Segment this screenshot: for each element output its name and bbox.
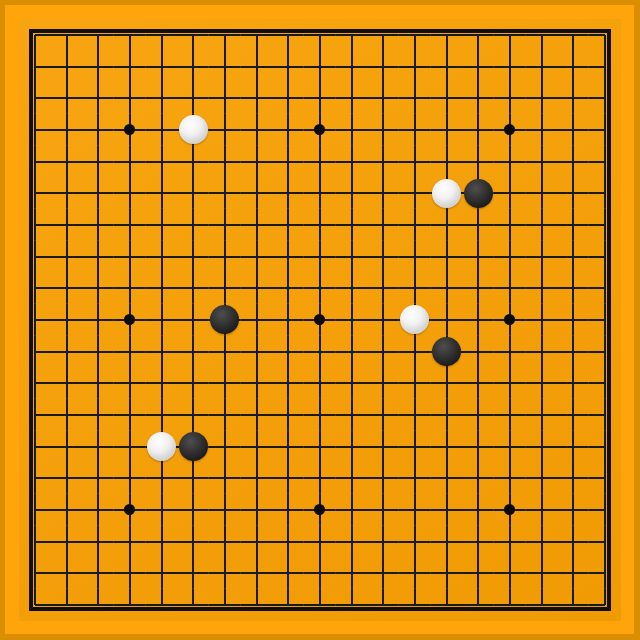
intersection[interactable] [494, 399, 526, 431]
intersection[interactable] [177, 589, 209, 621]
intersection[interactable] [82, 146, 114, 178]
intersection[interactable] [557, 589, 589, 621]
intersection[interactable] [367, 494, 399, 526]
intersection[interactable] [431, 399, 463, 431]
intersection[interactable] [399, 19, 431, 51]
intersection[interactable] [462, 304, 494, 336]
intersection[interactable] [209, 114, 241, 146]
intersection[interactable] [272, 462, 304, 494]
intersection[interactable] [304, 367, 336, 399]
intersection[interactable] [526, 589, 558, 621]
intersection[interactable] [177, 146, 209, 178]
intersection[interactable] [494, 367, 526, 399]
intersection[interactable] [19, 431, 51, 463]
intersection[interactable] [146, 557, 178, 589]
intersection[interactable] [146, 19, 178, 51]
intersection[interactable] [209, 336, 241, 368]
intersection[interactable] [526, 494, 558, 526]
intersection[interactable] [526, 209, 558, 241]
intersection[interactable] [51, 209, 83, 241]
intersection[interactable] [431, 367, 463, 399]
intersection[interactable] [367, 177, 399, 209]
intersection[interactable] [114, 177, 146, 209]
intersection[interactable] [557, 51, 589, 83]
intersection[interactable] [51, 367, 83, 399]
intersection[interactable] [272, 209, 304, 241]
intersection[interactable] [304, 82, 336, 114]
intersection[interactable] [462, 589, 494, 621]
intersection[interactable] [399, 209, 431, 241]
intersection[interactable] [177, 272, 209, 304]
intersection[interactable] [177, 336, 209, 368]
intersection[interactable] [336, 399, 368, 431]
intersection[interactable] [82, 241, 114, 273]
intersection[interactable] [304, 526, 336, 558]
intersection[interactable] [399, 589, 431, 621]
intersection[interactable] [589, 367, 621, 399]
intersection[interactable] [589, 589, 621, 621]
intersection[interactable] [557, 272, 589, 304]
intersection[interactable] [589, 51, 621, 83]
intersection[interactable] [19, 399, 51, 431]
intersection[interactable] [304, 241, 336, 273]
intersection[interactable] [557, 177, 589, 209]
intersection[interactable] [494, 272, 526, 304]
intersection[interactable] [526, 304, 558, 336]
intersection[interactable] [494, 241, 526, 273]
intersection[interactable] [241, 241, 273, 273]
intersection[interactable] [177, 209, 209, 241]
intersection[interactable] [241, 114, 273, 146]
intersection[interactable] [19, 304, 51, 336]
intersection[interactable] [51, 272, 83, 304]
intersection[interactable] [526, 82, 558, 114]
intersection[interactable] [367, 526, 399, 558]
intersection[interactable] [431, 177, 463, 209]
intersection[interactable] [146, 462, 178, 494]
intersection[interactable] [241, 209, 273, 241]
intersection[interactable] [177, 241, 209, 273]
intersection[interactable] [462, 462, 494, 494]
intersection[interactable] [19, 367, 51, 399]
intersection[interactable] [494, 114, 526, 146]
intersection[interactable] [431, 462, 463, 494]
intersection[interactable] [51, 51, 83, 83]
intersection[interactable] [19, 209, 51, 241]
intersection[interactable] [367, 399, 399, 431]
intersection[interactable] [146, 241, 178, 273]
intersection[interactable] [367, 114, 399, 146]
intersection[interactable] [526, 557, 558, 589]
intersection[interactable] [114, 431, 146, 463]
intersection[interactable] [431, 241, 463, 273]
intersection[interactable] [114, 399, 146, 431]
intersection[interactable] [51, 494, 83, 526]
intersection[interactable] [114, 209, 146, 241]
intersection[interactable] [399, 399, 431, 431]
intersection[interactable] [146, 494, 178, 526]
intersection[interactable] [462, 146, 494, 178]
intersection[interactable] [51, 336, 83, 368]
intersection[interactable] [304, 431, 336, 463]
intersection[interactable] [367, 431, 399, 463]
intersection[interactable] [336, 177, 368, 209]
intersection[interactable] [589, 462, 621, 494]
intersection[interactable] [589, 494, 621, 526]
intersection[interactable] [336, 589, 368, 621]
intersection[interactable] [431, 51, 463, 83]
intersection[interactable] [241, 82, 273, 114]
intersection[interactable] [336, 82, 368, 114]
intersection[interactable] [526, 526, 558, 558]
intersection[interactable] [114, 336, 146, 368]
intersection[interactable] [82, 82, 114, 114]
intersection[interactable] [241, 336, 273, 368]
intersection[interactable] [399, 367, 431, 399]
intersection[interactable] [431, 114, 463, 146]
intersection[interactable] [557, 241, 589, 273]
intersection[interactable] [114, 82, 146, 114]
intersection[interactable] [114, 241, 146, 273]
intersection[interactable] [82, 494, 114, 526]
intersection[interactable] [336, 431, 368, 463]
intersection[interactable] [82, 367, 114, 399]
intersection[interactable] [146, 526, 178, 558]
intersection[interactable] [399, 462, 431, 494]
intersection[interactable] [209, 272, 241, 304]
intersection[interactable] [19, 51, 51, 83]
intersection[interactable] [177, 114, 209, 146]
intersection[interactable] [304, 557, 336, 589]
intersection[interactable] [241, 589, 273, 621]
intersection[interactable] [82, 177, 114, 209]
intersection[interactable] [462, 177, 494, 209]
intersection[interactable] [114, 462, 146, 494]
intersection[interactable] [494, 431, 526, 463]
intersection[interactable] [114, 304, 146, 336]
intersection[interactable] [589, 209, 621, 241]
intersection[interactable] [336, 336, 368, 368]
intersection[interactable] [82, 114, 114, 146]
intersection[interactable] [367, 19, 399, 51]
intersection[interactable] [304, 272, 336, 304]
intersection[interactable] [146, 51, 178, 83]
intersection[interactable] [82, 526, 114, 558]
intersection[interactable] [526, 114, 558, 146]
intersection[interactable] [177, 462, 209, 494]
intersection[interactable] [589, 272, 621, 304]
intersection[interactable] [272, 494, 304, 526]
intersection[interactable] [494, 304, 526, 336]
intersection[interactable] [589, 82, 621, 114]
intersection[interactable] [399, 494, 431, 526]
intersection[interactable] [146, 209, 178, 241]
intersection[interactable] [399, 241, 431, 273]
intersection[interactable] [241, 462, 273, 494]
intersection[interactable] [367, 272, 399, 304]
intersection[interactable] [431, 82, 463, 114]
intersection[interactable] [209, 399, 241, 431]
intersection[interactable] [336, 494, 368, 526]
intersection[interactable] [51, 304, 83, 336]
intersection[interactable] [272, 114, 304, 146]
intersection[interactable] [51, 114, 83, 146]
intersection[interactable] [272, 82, 304, 114]
intersection[interactable] [209, 589, 241, 621]
intersection[interactable] [462, 272, 494, 304]
intersection[interactable] [177, 367, 209, 399]
intersection[interactable] [19, 462, 51, 494]
intersection[interactable] [146, 82, 178, 114]
intersection[interactable] [304, 19, 336, 51]
intersection[interactable] [82, 462, 114, 494]
intersection[interactable] [51, 399, 83, 431]
intersection[interactable] [399, 82, 431, 114]
intersection[interactable] [177, 399, 209, 431]
intersection[interactable] [589, 557, 621, 589]
intersection[interactable] [589, 177, 621, 209]
intersection[interactable] [557, 399, 589, 431]
intersection[interactable] [146, 177, 178, 209]
intersection[interactable] [19, 557, 51, 589]
intersection[interactable] [336, 146, 368, 178]
intersection[interactable] [272, 336, 304, 368]
intersection[interactable] [526, 399, 558, 431]
intersection[interactable] [209, 209, 241, 241]
intersection[interactable] [462, 367, 494, 399]
intersection[interactable] [557, 82, 589, 114]
intersection[interactable] [367, 209, 399, 241]
intersection[interactable] [557, 19, 589, 51]
intersection[interactable] [146, 367, 178, 399]
intersection[interactable] [51, 431, 83, 463]
intersection[interactable] [177, 557, 209, 589]
intersection[interactable] [241, 146, 273, 178]
intersection[interactable] [209, 494, 241, 526]
intersection[interactable] [51, 241, 83, 273]
intersection[interactable] [209, 19, 241, 51]
intersection[interactable] [589, 431, 621, 463]
intersection[interactable] [51, 462, 83, 494]
intersection[interactable] [557, 146, 589, 178]
intersection[interactable] [82, 557, 114, 589]
intersection[interactable] [209, 431, 241, 463]
intersection[interactable] [557, 304, 589, 336]
intersection[interactable] [146, 431, 178, 463]
intersection[interactable] [146, 114, 178, 146]
intersection[interactable] [399, 114, 431, 146]
intersection[interactable] [589, 399, 621, 431]
intersection[interactable] [462, 399, 494, 431]
intersection[interactable] [209, 367, 241, 399]
intersection[interactable] [399, 526, 431, 558]
intersection[interactable] [494, 51, 526, 83]
intersection[interactable] [462, 336, 494, 368]
intersection[interactable] [272, 431, 304, 463]
intersection[interactable] [304, 146, 336, 178]
intersection[interactable] [114, 526, 146, 558]
intersection[interactable] [272, 304, 304, 336]
intersection[interactable] [304, 462, 336, 494]
intersection[interactable] [494, 82, 526, 114]
intersection[interactable] [336, 367, 368, 399]
intersection[interactable] [272, 526, 304, 558]
intersection[interactable] [494, 19, 526, 51]
intersection[interactable] [336, 557, 368, 589]
intersection[interactable] [177, 51, 209, 83]
intersection[interactable] [431, 494, 463, 526]
intersection[interactable] [304, 114, 336, 146]
intersection[interactable] [557, 526, 589, 558]
intersection[interactable] [431, 304, 463, 336]
intersection[interactable] [241, 494, 273, 526]
intersection[interactable] [336, 526, 368, 558]
intersection[interactable] [526, 19, 558, 51]
intersection[interactable] [526, 241, 558, 273]
intersection[interactable] [367, 82, 399, 114]
intersection[interactable] [19, 82, 51, 114]
intersection[interactable] [494, 557, 526, 589]
intersection[interactable] [209, 146, 241, 178]
intersection[interactable] [19, 146, 51, 178]
intersection[interactable] [494, 589, 526, 621]
intersection[interactable] [336, 51, 368, 83]
intersection[interactable] [209, 51, 241, 83]
intersection[interactable] [367, 367, 399, 399]
intersection[interactable] [241, 526, 273, 558]
intersection[interactable] [241, 399, 273, 431]
intersection[interactable] [431, 19, 463, 51]
intersection[interactable] [209, 526, 241, 558]
intersection[interactable] [272, 177, 304, 209]
intersection[interactable] [304, 336, 336, 368]
intersection[interactable] [114, 589, 146, 621]
intersection[interactable] [462, 114, 494, 146]
intersection[interactable] [526, 51, 558, 83]
intersection[interactable] [241, 51, 273, 83]
intersection[interactable] [272, 589, 304, 621]
intersection[interactable] [462, 557, 494, 589]
intersection[interactable] [146, 146, 178, 178]
intersection[interactable] [557, 367, 589, 399]
intersection[interactable] [589, 526, 621, 558]
intersection[interactable] [272, 557, 304, 589]
intersection[interactable] [494, 494, 526, 526]
intersection[interactable] [462, 19, 494, 51]
intersection[interactable] [557, 336, 589, 368]
intersection[interactable] [19, 494, 51, 526]
intersection[interactable] [336, 304, 368, 336]
intersection[interactable] [557, 209, 589, 241]
intersection[interactable] [82, 589, 114, 621]
intersection[interactable] [51, 177, 83, 209]
intersection[interactable] [177, 304, 209, 336]
intersection[interactable] [177, 431, 209, 463]
intersection[interactable] [494, 336, 526, 368]
intersection[interactable] [209, 82, 241, 114]
intersection[interactable] [399, 557, 431, 589]
intersection[interactable] [209, 177, 241, 209]
intersection[interactable] [19, 19, 51, 51]
intersection[interactable] [241, 272, 273, 304]
intersection[interactable] [367, 336, 399, 368]
intersection[interactable] [462, 82, 494, 114]
intersection[interactable] [272, 399, 304, 431]
intersection[interactable] [462, 431, 494, 463]
intersection[interactable] [526, 336, 558, 368]
intersection[interactable] [367, 304, 399, 336]
intersection[interactable] [272, 19, 304, 51]
intersection[interactable] [272, 241, 304, 273]
intersection[interactable] [557, 494, 589, 526]
intersection[interactable] [304, 177, 336, 209]
intersection[interactable] [462, 51, 494, 83]
intersection[interactable] [431, 336, 463, 368]
intersection[interactable] [431, 589, 463, 621]
intersection[interactable] [526, 146, 558, 178]
intersection[interactable] [589, 241, 621, 273]
intersection[interactable] [272, 367, 304, 399]
intersection[interactable] [367, 51, 399, 83]
intersection[interactable] [431, 209, 463, 241]
intersection[interactable] [367, 462, 399, 494]
intersection[interactable] [177, 19, 209, 51]
intersection[interactable] [19, 272, 51, 304]
intersection[interactable] [82, 399, 114, 431]
intersection[interactable] [19, 526, 51, 558]
intersection[interactable] [19, 114, 51, 146]
intersection[interactable] [209, 557, 241, 589]
intersection[interactable] [209, 462, 241, 494]
intersection[interactable] [526, 367, 558, 399]
intersection[interactable] [399, 51, 431, 83]
intersection[interactable] [146, 272, 178, 304]
intersection[interactable] [146, 304, 178, 336]
intersection[interactable] [336, 114, 368, 146]
intersection[interactable] [431, 526, 463, 558]
intersection[interactable] [399, 304, 431, 336]
intersection[interactable] [336, 272, 368, 304]
intersection[interactable] [589, 304, 621, 336]
intersection[interactable] [336, 462, 368, 494]
intersection[interactable] [557, 431, 589, 463]
intersection[interactable] [82, 209, 114, 241]
intersection[interactable] [399, 146, 431, 178]
intersection[interactable] [304, 589, 336, 621]
intersection[interactable] [82, 19, 114, 51]
intersection[interactable] [462, 241, 494, 273]
intersection[interactable] [51, 82, 83, 114]
intersection[interactable] [146, 399, 178, 431]
intersection[interactable] [82, 272, 114, 304]
intersection[interactable] [241, 304, 273, 336]
intersection[interactable] [51, 526, 83, 558]
intersection[interactable] [589, 336, 621, 368]
intersection[interactable] [177, 494, 209, 526]
intersection[interactable] [146, 589, 178, 621]
intersection[interactable] [589, 19, 621, 51]
intersection[interactable] [526, 462, 558, 494]
intersection[interactable] [114, 272, 146, 304]
intersection[interactable] [431, 557, 463, 589]
intersection[interactable] [82, 304, 114, 336]
intersection[interactable] [336, 19, 368, 51]
intersection[interactable] [82, 51, 114, 83]
intersection[interactable] [241, 367, 273, 399]
intersection[interactable] [494, 462, 526, 494]
intersection[interactable] [494, 146, 526, 178]
intersection[interactable] [19, 177, 51, 209]
